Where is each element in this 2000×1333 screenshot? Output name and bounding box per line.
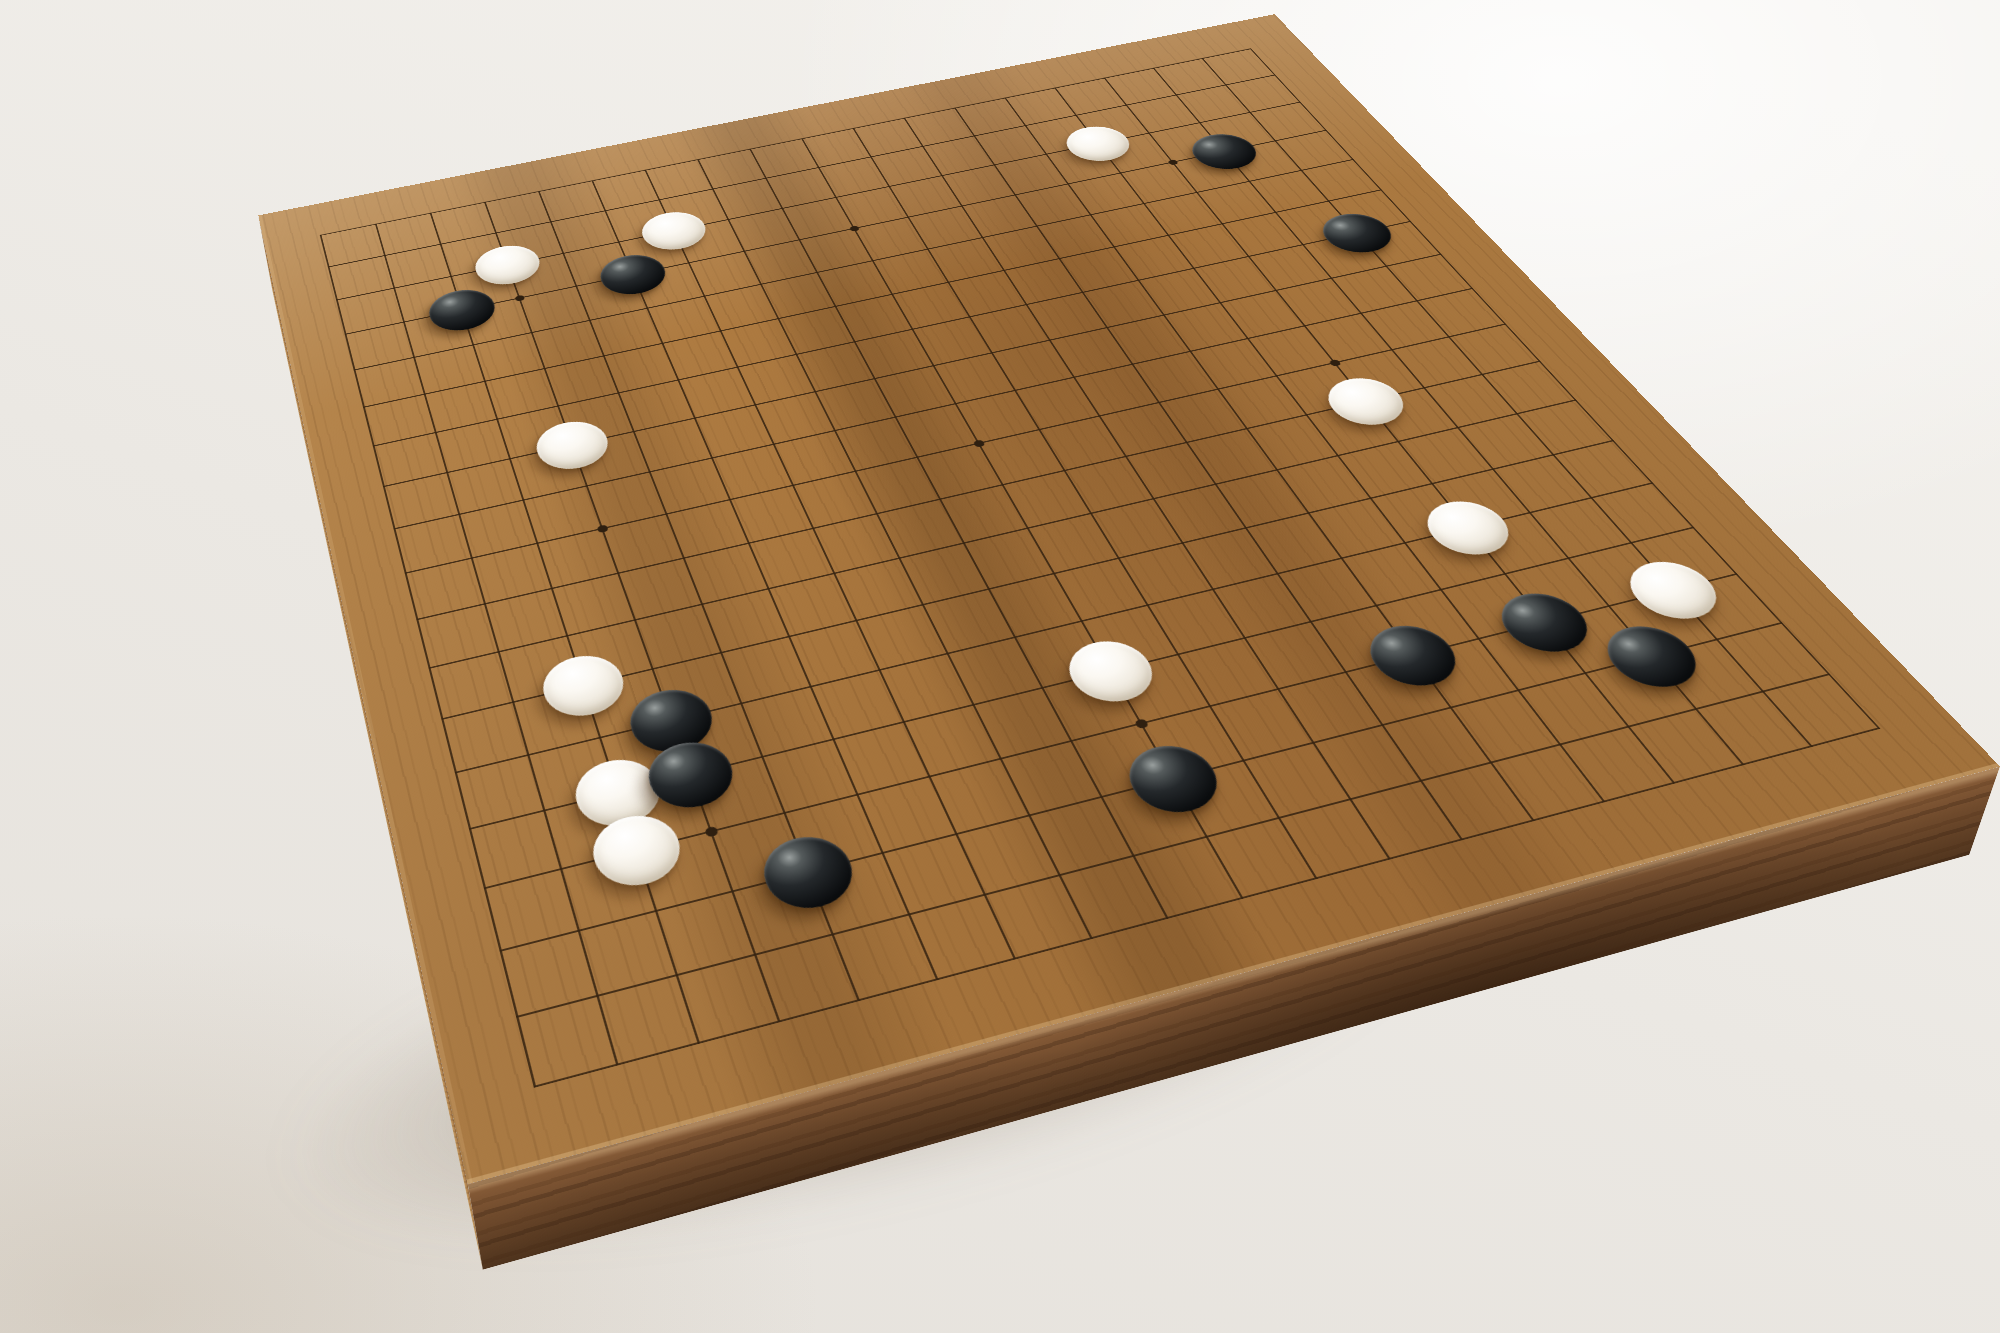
photo-backdrop	[0, 0, 2000, 1333]
board-perspective-wrapper	[283, 0, 1683, 1154]
hoshi-point	[514, 294, 525, 301]
go-board	[258, 14, 2000, 1184]
scene	[283, 0, 1683, 1154]
